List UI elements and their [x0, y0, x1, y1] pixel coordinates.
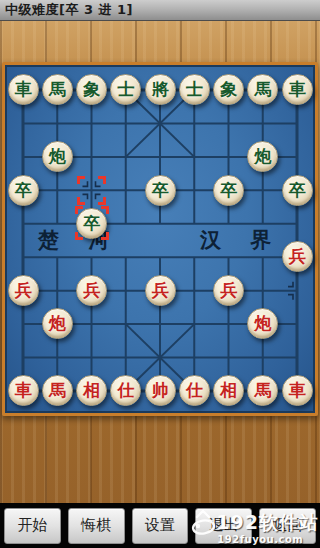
title-text: 中级难度[卒 3 进 1] [5, 1, 133, 19]
piece-black-elephant[interactable]: 象 [213, 74, 244, 105]
piece-black-cannon[interactable]: 炮 [42, 141, 73, 172]
piece-black-horse[interactable]: 馬 [42, 74, 73, 105]
piece-red-elephant[interactable]: 相 [213, 375, 244, 406]
piece-red-cannon[interactable]: 炮 [42, 308, 73, 339]
piece-red-horse[interactable]: 馬 [247, 375, 278, 406]
piece-red-horse[interactable]: 馬 [42, 375, 73, 406]
piece-black-soldier[interactable]: 卒 [8, 175, 39, 206]
piece-red-chariot[interactable]: 車 [282, 375, 313, 406]
piece-black-soldier[interactable]: 卒 [213, 175, 244, 206]
piece-black-advisor[interactable]: 士 [179, 74, 210, 105]
piece-black-elephant[interactable]: 象 [76, 74, 107, 105]
xiangqi-app: 中级难度[卒 3 进 1] [0, 0, 320, 548]
move-to-marker [75, 206, 109, 240]
undo-button[interactable]: 悔棋 [68, 508, 125, 544]
piece-grid: 車馬象士將士象馬車炮炮卒卒卒卒卒兵兵兵兵兵炮炮車馬相仕帅仕相馬車 [6, 73, 314, 407]
piece-red-chariot[interactable]: 車 [8, 375, 39, 406]
piece-red-soldier[interactable]: 兵 [145, 275, 176, 306]
move-from-marker [77, 176, 106, 205]
piece-red-general[interactable]: 帅 [145, 375, 176, 406]
piece-red-soldier[interactable]: 兵 [282, 241, 313, 272]
piece-red-cannon[interactable]: 炮 [247, 308, 278, 339]
piece-red-advisor[interactable]: 仕 [179, 375, 210, 406]
piece-black-advisor[interactable]: 士 [110, 74, 141, 105]
piece-black-soldier[interactable]: 卒 [145, 175, 176, 206]
piece-red-elephant[interactable]: 相 [76, 375, 107, 406]
piece-black-cannon[interactable]: 炮 [247, 141, 278, 172]
piece-red-soldier[interactable]: 兵 [213, 275, 244, 306]
piece-black-general[interactable]: 將 [145, 74, 176, 105]
start-button[interactable]: 开始 [4, 508, 61, 544]
piece-red-advisor[interactable]: 仕 [110, 375, 141, 406]
exit-button[interactable]: 退出 [195, 508, 252, 544]
button-bar: 开始 悔棋 设置 退出 返回 [0, 503, 320, 548]
piece-black-horse[interactable]: 馬 [247, 74, 278, 105]
piece-red-soldier[interactable]: 兵 [76, 275, 107, 306]
piece-black-chariot[interactable]: 車 [282, 74, 313, 105]
piece-black-soldier[interactable]: 卒 [282, 175, 313, 206]
piece-red-soldier[interactable]: 兵 [8, 275, 39, 306]
board-field[interactable]: 楚 河 汉 界 車馬象士將士象馬車炮炮卒卒卒卒卒兵兵兵兵兵炮炮車馬相仕帅仕相馬車 [5, 65, 315, 413]
board[interactable]: 楚 河 汉 界 車馬象士將士象馬車炮炮卒卒卒卒卒兵兵兵兵兵炮炮車馬相仕帅仕相馬車 [2, 62, 318, 416]
back-button[interactable]: 返回 [259, 508, 316, 544]
piece-black-chariot[interactable]: 車 [8, 74, 39, 105]
settings-button[interactable]: 设置 [132, 508, 189, 544]
title-bar: 中级难度[卒 3 进 1] [0, 0, 320, 21]
